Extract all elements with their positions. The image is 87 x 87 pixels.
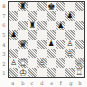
- square-f7[interactable]: [56, 11, 65, 20]
- square-g6[interactable]: [65, 21, 74, 30]
- chess-diagram: 87654321 ♜♚♟♜♟♟♛♟♟♙♟♙♟♙♜♖♟♙♛♕♚♔♜♖ abcdef…: [0, 0, 87, 87]
- rank-label-7: 7: [1, 11, 8, 19]
- square-e5[interactable]: [47, 30, 56, 39]
- square-d1[interactable]: [37, 68, 46, 77]
- square-e6[interactable]: [47, 21, 56, 30]
- piece-black-pawn: ♟: [9, 30, 18, 39]
- square-d5[interactable]: [37, 30, 46, 39]
- square-g5[interactable]: [65, 30, 74, 39]
- square-f2[interactable]: [56, 58, 65, 67]
- piece-black-pawn: ♟: [56, 21, 65, 30]
- piece-white-pawn: ♟♙: [37, 58, 46, 67]
- square-g7[interactable]: ♟: [65, 11, 74, 20]
- square-h5[interactable]: [75, 30, 84, 39]
- square-c1[interactable]: [28, 68, 37, 77]
- square-d8[interactable]: [37, 2, 46, 11]
- rank-label-4: 4: [1, 40, 8, 48]
- piece-black-king: ♚: [47, 2, 56, 11]
- square-b6[interactable]: [18, 21, 27, 30]
- square-b7[interactable]: [18, 11, 27, 20]
- square-f1[interactable]: [56, 68, 65, 77]
- square-d3[interactable]: [37, 49, 46, 58]
- file-label-c: c: [28, 79, 36, 87]
- square-d4[interactable]: [37, 40, 46, 49]
- piece-black-pawn: ♟: [47, 40, 56, 49]
- square-a1[interactable]: [9, 68, 18, 77]
- square-c8[interactable]: [28, 2, 37, 11]
- square-c3[interactable]: [28, 49, 37, 58]
- square-h7[interactable]: [75, 11, 84, 20]
- square-d7[interactable]: [37, 11, 46, 20]
- square-e4[interactable]: ♟: [47, 40, 56, 49]
- square-h4[interactable]: [75, 40, 84, 49]
- square-e7[interactable]: [47, 11, 56, 20]
- board: ♜♚♟♜♟♟♛♟♟♙♟♙♟♙♜♖♟♙♛♕♚♔♜♖: [8, 1, 85, 78]
- square-g3[interactable]: ♟♙: [65, 49, 74, 58]
- file-label-a: a: [9, 79, 17, 87]
- square-g1[interactable]: [65, 68, 74, 77]
- file-labels: abcdefgh: [8, 78, 85, 87]
- piece-black-rook: ♜: [18, 2, 27, 11]
- square-f3[interactable]: [56, 49, 65, 58]
- rank-label-8: 8: [1, 2, 8, 10]
- square-c5[interactable]: [28, 30, 37, 39]
- square-g2[interactable]: [65, 58, 74, 67]
- square-d6[interactable]: [37, 21, 46, 30]
- square-g4[interactable]: ♟♙: [65, 40, 74, 49]
- square-h3[interactable]: [75, 49, 84, 58]
- square-h8[interactable]: [75, 2, 84, 11]
- square-g8[interactable]: [65, 2, 74, 11]
- square-h6[interactable]: [75, 21, 84, 30]
- square-a2[interactable]: ♟♙: [9, 58, 18, 67]
- piece-white-pawn: ♟♙: [65, 40, 74, 49]
- square-b2[interactable]: ♜♖: [18, 58, 27, 67]
- rank-label-3: 3: [1, 50, 8, 58]
- rank-label-1: 1: [1, 69, 8, 77]
- file-label-d: d: [38, 79, 46, 87]
- piece-black-rook: ♜: [28, 21, 37, 30]
- square-d2[interactable]: ♟♙: [37, 58, 46, 67]
- square-a7[interactable]: [9, 11, 18, 20]
- piece-white-king: ♚♔: [18, 68, 27, 77]
- square-f4[interactable]: [56, 40, 65, 49]
- file-label-e: e: [47, 79, 55, 87]
- square-b8[interactable]: ♜: [18, 2, 27, 11]
- square-a4[interactable]: [9, 40, 18, 49]
- file-label-h: h: [76, 79, 84, 87]
- piece-black-pawn: ♟: [65, 11, 74, 20]
- square-b3[interactable]: [18, 49, 27, 58]
- piece-black-queen: ♛: [18, 40, 27, 49]
- square-c4[interactable]: [28, 40, 37, 49]
- rank-labels: 87654321: [0, 1, 8, 78]
- square-e3[interactable]: [47, 49, 56, 58]
- piece-white-rook: ♜♖: [18, 58, 27, 67]
- square-a5[interactable]: ♟: [9, 30, 18, 39]
- square-c6[interactable]: ♜: [28, 21, 37, 30]
- file-label-b: b: [18, 79, 26, 87]
- rank-label-6: 6: [1, 21, 8, 29]
- square-c7[interactable]: [28, 11, 37, 20]
- file-label-g: g: [66, 79, 74, 87]
- square-e1[interactable]: [47, 68, 56, 77]
- square-f6[interactable]: ♟: [56, 21, 65, 30]
- square-b1[interactable]: ♚♔: [18, 68, 27, 77]
- square-c2[interactable]: [28, 58, 37, 67]
- square-h1[interactable]: ♜♖: [75, 68, 84, 77]
- piece-white-queen: ♛♕: [75, 58, 84, 67]
- square-e2[interactable]: [47, 58, 56, 67]
- piece-white-pawn: ♟♙: [65, 49, 74, 58]
- piece-white-pawn: ♟♙: [9, 58, 18, 67]
- square-a3[interactable]: [9, 49, 18, 58]
- square-a6[interactable]: [9, 21, 18, 30]
- square-e8[interactable]: ♚: [47, 2, 56, 11]
- rank-label-5: 5: [1, 31, 8, 39]
- square-a8[interactable]: [9, 2, 18, 11]
- square-b4[interactable]: ♛: [18, 40, 27, 49]
- square-f8[interactable]: [56, 2, 65, 11]
- square-b5[interactable]: [18, 30, 27, 39]
- square-f5[interactable]: [56, 30, 65, 39]
- piece-white-rook: ♜♖: [75, 68, 84, 77]
- file-label-f: f: [57, 79, 65, 87]
- square-h2[interactable]: ♛♕: [75, 58, 84, 67]
- rank-label-2: 2: [1, 59, 8, 67]
